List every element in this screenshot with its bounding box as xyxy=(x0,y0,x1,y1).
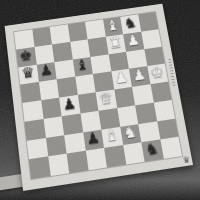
piece-white-rook[interactable]: ♜ xyxy=(108,35,123,51)
piece-black-bishop[interactable]: ♝ xyxy=(75,57,90,73)
piece-black-king[interactable]: ♚ xyxy=(19,47,34,63)
piece-white-pawn[interactable]: ♟ xyxy=(131,67,147,83)
board-maker-logo-icon: ♛ xyxy=(181,155,192,168)
piece-black-pawn[interactable]: ♟ xyxy=(39,62,54,78)
square-a1[interactable] xyxy=(29,157,50,179)
piece-white-knight[interactable]: ♞ xyxy=(122,124,138,141)
square-b1[interactable] xyxy=(48,154,69,176)
piece-white-queen[interactable]: ♛ xyxy=(98,90,114,107)
chess-board-grid: ♝♞♚♜♟♛♟♝♟♟♚♟♛♟♝♞♞ xyxy=(14,12,182,179)
piece-black-pawn[interactable]: ♟ xyxy=(62,96,77,113)
piece-white-king[interactable]: ♚ xyxy=(149,64,165,80)
piece-black-knight[interactable]: ♞ xyxy=(144,140,160,157)
piece-white-bishop[interactable]: ♝ xyxy=(104,127,120,144)
piece-white-pawn[interactable]: ♟ xyxy=(126,32,141,48)
piece-white-bishop[interactable]: ♝ xyxy=(105,18,120,33)
photo-canvas: ♝♞♚♜♟♛♟♝♟♟♚♟♛♟♝♞♞ ♛ xyxy=(0,0,200,200)
piece-black-knight[interactable]: ♞ xyxy=(123,15,138,30)
square-h1[interactable] xyxy=(160,137,182,159)
piece-white-pawn[interactable]: ♟ xyxy=(113,70,128,86)
piece-black-queen[interactable]: ♛ xyxy=(21,65,36,81)
handwritten-marking xyxy=(168,59,175,86)
piece-black-pawn[interactable]: ♟ xyxy=(85,130,101,147)
chess-board: ♝♞♚♜♟♛♟♝♟♟♚♟♛♟♝♞♞ ♛ xyxy=(5,4,193,191)
